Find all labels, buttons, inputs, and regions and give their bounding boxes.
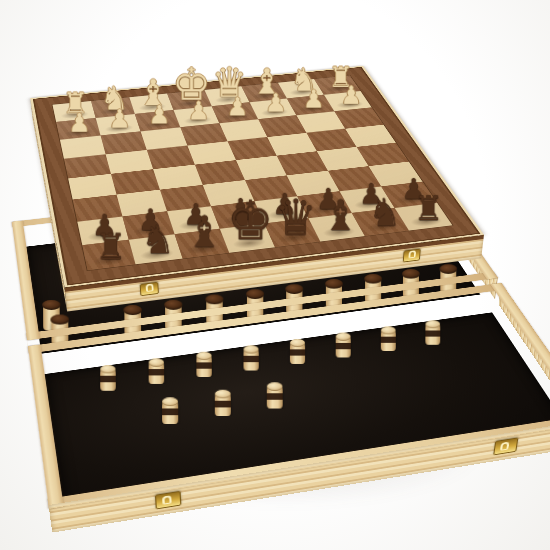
piece-black-bishop: ♝ (181, 211, 228, 254)
case-lid-rim-west (12, 221, 40, 341)
piece-white-pawn: ♟ (256, 91, 295, 116)
piece-black-knight: ♞ (134, 220, 182, 259)
stored-stack-light (425, 324, 440, 344)
stored-stack-light (149, 363, 165, 384)
piece-black-king: ♚ (227, 195, 274, 248)
square-h2: ♟ (56, 118, 100, 140)
stored-stack-light (267, 387, 283, 409)
square-f4 (147, 145, 195, 169)
piece-white-pawn: ♟ (294, 87, 333, 112)
piece-white-pawn: ♟ (179, 98, 219, 123)
stored-stack-light (162, 402, 178, 424)
piece-black-rook: ♜ (87, 229, 135, 264)
stored-stack-light (196, 356, 211, 377)
stored-stack-light (215, 394, 231, 416)
brass-clasp (140, 282, 159, 296)
piece-white-pawn: ♟ (218, 95, 257, 120)
piece-white-pawn: ♟ (59, 110, 99, 136)
piece-black-knight: ♞ (362, 193, 408, 231)
stored-stack-light (381, 330, 396, 351)
piece-white-pawn: ♟ (100, 106, 140, 132)
piece-white-pawn: ♟ (140, 102, 180, 127)
stored-stack-light (336, 337, 351, 358)
product-photo-scene: ♜♞♝♚♛♝♞♜♟♟♟♟♟♟♟♟♟♟♟♟♟♟♟♟♜♞♝♚♛♝♞♜ (0, 0, 550, 550)
square-h8: ♜ (82, 240, 135, 271)
square-g8: ♞ (129, 234, 183, 264)
brass-clasp (493, 437, 518, 455)
brass-clasp (403, 249, 421, 263)
piece-black-bishop: ♝ (318, 195, 364, 237)
piece-white-pawn: ♟ (332, 83, 371, 108)
stored-stack-light (100, 369, 116, 391)
brass-clasp (155, 491, 182, 510)
stored-stack-light (243, 349, 258, 370)
square-f8: ♝ (175, 229, 230, 259)
piece-black-rook: ♜ (406, 192, 452, 226)
stored-stack-light (290, 343, 305, 364)
chessboard-squares: ♜♞♝♚♛♝♞♜♟♟♟♟♟♟♟♟♟♟♟♟♟♟♟♟♜♞♝♚♛♝♞♜ (53, 76, 453, 271)
piece-black-queen: ♛ (273, 193, 320, 242)
